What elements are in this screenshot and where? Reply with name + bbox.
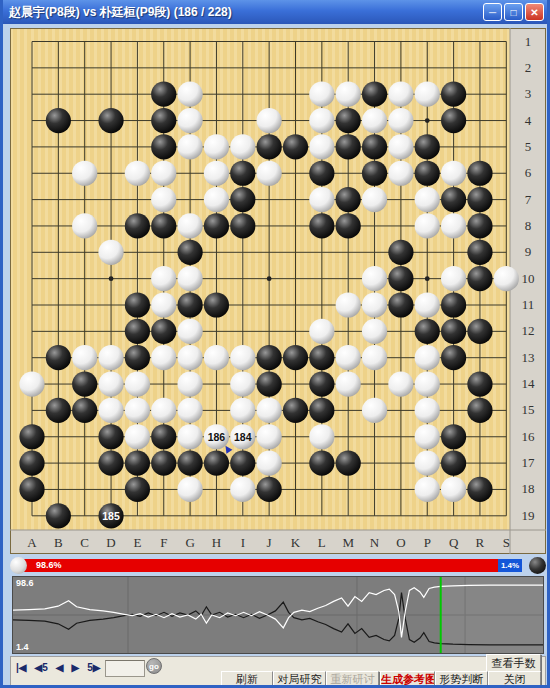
white-stone-G14 [178,371,203,396]
black-stone-A18 [19,477,44,502]
row-label: 5 [525,139,532,154]
white-stone-N13 [362,345,387,370]
column-label: C [80,535,89,550]
white-stone-S10 [494,266,519,291]
white-stone-N12 [362,319,387,344]
white-stone-L3 [309,82,334,107]
black-stone-L14 [309,371,334,396]
white-stone-L7 [309,187,334,212]
control-panel: |◀◀5◀▶5▶▶| go 查看手数 刷新 对局研究 重新研讨 生成参考图 形势… [10,658,546,686]
white-stone-F11 [151,292,176,317]
black-stone-F12 [151,319,176,344]
window-body: ABCDEFGHIJKLMNOPQRS123456789101112131415… [3,24,547,688]
black-stone-E18 [125,477,150,502]
black-stone-M4 [336,108,361,133]
white-stone-F10 [151,266,176,291]
move-number-input[interactable] [105,660,145,677]
black-stone-R15 [467,398,492,423]
black-stone-J14 [257,371,282,396]
white-stone-A14 [19,371,44,396]
black-stone-Q7 [441,187,466,212]
column-label: E [133,535,141,550]
black-stone-L17 [309,451,334,476]
black-stone-P12 [415,319,440,344]
black-stone-M5 [336,134,361,159]
black-stone-E13 [125,345,150,370]
white-stone-G13 [178,345,203,370]
black-stone-I6 [230,161,255,186]
black-stone-E17 [125,451,150,476]
black-stone-E8 [125,213,150,238]
nav-forward5-button[interactable]: 5▶ [85,661,102,674]
black-stone-B15 [46,398,71,423]
graph-plot [13,577,543,653]
black-stone-K13 [283,345,308,370]
white-stone-F6 [151,161,176,186]
white-stone-N15 [362,398,387,423]
black-stone-B4 [46,108,71,133]
white-stone-J15 [257,398,282,423]
white-stone-F7 [151,187,176,212]
black-stone-F17 [151,451,176,476]
column-label: P [424,535,431,550]
black-stone-F4 [151,108,176,133]
white-stone-N11 [362,292,387,317]
row-label: 3 [525,86,532,101]
white-stone-P11 [415,292,440,317]
column-label: D [106,535,115,550]
white-stone-J6 [257,161,282,186]
white-stone-N7 [362,187,387,212]
black-stone-C15 [72,398,97,423]
black-stone-J13 [257,345,282,370]
row-label: 19 [522,508,535,523]
white-stone-F15 [151,398,176,423]
board-svg[interactable]: ABCDEFGHIJKLMNOPQRS123456789101112131415… [10,28,546,554]
black-stone-J18 [257,477,282,502]
white-stone-G4 [178,108,203,133]
column-label: S [503,535,510,550]
black-stone-C14 [72,371,97,396]
white-stone-E14 [125,371,150,396]
black-stone-I8 [230,213,255,238]
nav-back5-button[interactable]: ◀5 [33,661,50,674]
black-stone-G9 [178,240,203,265]
white-stone-I5 [230,134,255,159]
row-label: 8 [525,218,532,233]
black-stone-I17 [230,451,255,476]
white-stone-G8 [178,213,203,238]
white-stone-D13 [98,345,123,370]
white-stone-E15 [125,398,150,423]
winrate-graph[interactable]: 98.6 1.4 [12,576,544,654]
white-stone-I14 [230,371,255,396]
black-winrate-bar: 1.4% [498,559,522,572]
black-stone-K15 [283,398,308,423]
white-stone-D14 [98,371,123,396]
white-stone-D15 [98,398,123,423]
white-stone-P3 [415,82,440,107]
black-stone-icon [529,557,546,574]
black-stone-O11 [388,292,413,317]
black-stone-B19 [46,503,71,528]
white-stone-J16 [257,424,282,449]
row-label: 13 [522,350,535,365]
white-stone-P17 [415,451,440,476]
column-label: F [160,535,167,550]
winrate-bar: 98.6% 1.4% [10,557,546,574]
black-stone-G17 [178,451,203,476]
white-stone-G18 [178,477,203,502]
black-stone-H8 [204,213,229,238]
black-stone-G11 [178,292,203,317]
white-stone-P8 [415,213,440,238]
black-stone-M17 [336,451,361,476]
move-number-label: 185 [102,510,120,522]
window-title: 赵晨宇(P8段) vs 朴廷桓(P9段) (186 / 228) [3,4,232,21]
go-button[interactable]: go [146,658,162,674]
white-stone-G10 [178,266,203,291]
black-stone-M7 [336,187,361,212]
white-stone-Q6 [441,161,466,186]
black-stone-P5 [415,134,440,159]
refresh-button[interactable]: 刷新 [221,671,273,688]
white-stone-C13 [72,345,97,370]
white-stone-O4 [388,108,413,133]
black-stone-R8 [467,213,492,238]
white-stone-J17 [257,451,282,476]
white-winrate-bar: 98.6% [22,559,498,572]
move-number-label: 184 [234,431,252,443]
black-stone-A16 [19,424,44,449]
maximize-button[interactable]: □ [504,3,523,21]
white-stone-F13 [151,345,176,370]
black-stone-O9 [388,240,413,265]
white-stone-J4 [257,108,282,133]
row-label: 6 [525,165,532,180]
close-icon[interactable]: ✕ [525,3,544,21]
black-stone-P6 [415,161,440,186]
white-stone-I15 [230,398,255,423]
black-stone-H11 [204,292,229,317]
black-stone-N5 [362,134,387,159]
generate-diagram-button[interactable]: 生成参考图 [380,671,435,688]
row-label: 9 [525,244,532,259]
white-stone-P16 [415,424,440,449]
white-stone-P15 [415,398,440,423]
row-label: 15 [522,402,535,417]
nav-back-button[interactable]: ◀ [54,661,66,674]
black-stone-E12 [125,319,150,344]
white-stone-M14 [336,371,361,396]
black-stone-R10 [467,266,492,291]
black-stone-D16 [98,424,123,449]
rediscuss-button[interactable]: 重新研讨 [326,671,379,688]
black-stone-R7 [467,187,492,212]
black-stone-R14 [467,371,492,396]
column-label: I [241,535,245,550]
row-label: 11 [522,297,535,312]
white-stone-O3 [388,82,413,107]
white-stone-P13 [415,345,440,370]
row-label: 10 [522,271,535,286]
column-label: O [396,535,405,550]
white-stone-L16 [309,424,334,449]
black-stone-D17 [98,451,123,476]
close-button[interactable]: 关闭 [488,671,541,688]
row-label: 7 [525,192,532,207]
black-stone-H17 [204,451,229,476]
white-stone-I13 [230,345,255,370]
column-label: A [27,535,37,550]
column-label: N [370,535,380,550]
white-stone-O6 [388,161,413,186]
black-stone-F5 [151,134,176,159]
column-label: K [291,535,301,550]
white-stone-E16 [125,424,150,449]
column-label: J [267,535,272,550]
black-stone-Q11 [441,292,466,317]
graph-max-label: 98.6 [16,578,34,588]
nav-forward-button[interactable]: ▶ [69,661,81,674]
black-stone-N3 [362,82,387,107]
black-stone-R6 [467,161,492,186]
black-stone-E11 [125,292,150,317]
white-stone-O14 [388,371,413,396]
black-stone-Q16 [441,424,466,449]
white-stone-P18 [415,477,440,502]
white-stone-G15 [178,398,203,423]
black-stone-Q3 [441,82,466,107]
column-label: H [212,535,221,550]
column-label: L [318,535,326,550]
white-stone-M11 [336,292,361,317]
black-stone-M8 [336,213,361,238]
black-stone-R18 [467,477,492,502]
move-number-label: 186 [208,431,226,443]
black-stone-J5 [257,134,282,159]
white-stone-G16 [178,424,203,449]
column-label: R [476,535,485,550]
white-stone-Q8 [441,213,466,238]
column-label: Q [449,535,459,550]
black-stone-R12 [467,319,492,344]
white-stone-M13 [336,345,361,370]
row-label: 18 [522,481,535,496]
white-stone-C8 [72,213,97,238]
black-stone-Q12 [441,319,466,344]
black-stone-K5 [283,134,308,159]
white-stone-O5 [388,134,413,159]
black-stone-B13 [46,345,71,370]
black-stone-Q4 [441,108,466,133]
white-stone-G3 [178,82,203,107]
black-stone-A17 [19,451,44,476]
black-stone-L15 [309,398,334,423]
column-label: M [342,535,354,550]
go-board[interactable]: ABCDEFGHIJKLMNOPQRS123456789101112131415… [10,28,546,554]
black-stone-F8 [151,213,176,238]
white-stone-E6 [125,161,150,186]
white-stone-L4 [309,108,334,133]
white-stone-G12 [178,319,203,344]
black-stone-L8 [309,213,334,238]
black-stone-L13 [309,345,334,370]
app-window: 赵晨宇(P8段) vs 朴廷桓(P9段) (186 / 228) ─ □ ✕ A… [0,0,550,688]
row-label: 12 [522,323,535,338]
black-stone-R9 [467,240,492,265]
white-stone-M3 [336,82,361,107]
minimize-button[interactable]: ─ [483,3,502,21]
black-stone-Q17 [441,451,466,476]
black-stone-Q13 [441,345,466,370]
white-stone-P7 [415,187,440,212]
white-stone-H5 [204,134,229,159]
graph-min-label: 1.4 [16,642,29,652]
row-label: 17 [522,455,536,470]
row-label: 16 [522,429,536,444]
black-stone-L6 [309,161,334,186]
row-label: 4 [525,113,532,128]
white-stone-L5 [309,134,334,159]
research-button[interactable]: 对局研究 [273,671,326,688]
row-label: 1 [525,34,532,49]
black-stone-D4 [98,108,123,133]
black-stone-F3 [151,82,176,107]
white-stone-L12 [309,319,334,344]
nav-first-button[interactable]: |◀ [14,661,29,674]
white-stone-Q18 [441,477,466,502]
white-stone-H6 [204,161,229,186]
black-stone-I7 [230,187,255,212]
black-stone-O10 [388,266,413,291]
white-stone-H7 [204,187,229,212]
title-bar[interactable]: 赵晨宇(P8段) vs 朴廷桓(P9段) (186 / 228) ─ □ ✕ [3,0,547,24]
column-label: B [54,535,63,550]
black-stone-F16 [151,424,176,449]
white-stone-N10 [362,266,387,291]
white-stone-Q10 [441,266,466,291]
white-stone-C6 [72,161,97,186]
white-stone-icon [10,557,27,574]
row-label: 14 [522,376,536,391]
white-stone-P14 [415,371,440,396]
judge-button[interactable]: 形势判断 [435,671,488,688]
white-stone-G5 [178,134,203,159]
white-stone-D9 [98,240,123,265]
black-stone-N6 [362,161,387,186]
white-stone-I18 [230,477,255,502]
white-stone-N4 [362,108,387,133]
column-label: G [185,535,194,550]
row-label: 2 [525,60,532,75]
white-stone-H13 [204,345,229,370]
